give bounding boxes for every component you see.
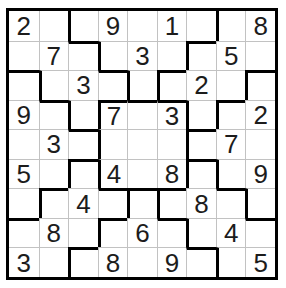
- cell-r4c4: 7: [98, 100, 128, 130]
- cell-r4c9: 2: [245, 100, 275, 130]
- cell-r3c8[interactable]: [216, 70, 246, 100]
- cell-r7c3: 4: [68, 188, 98, 218]
- cell-r8c8: 4: [216, 218, 246, 248]
- cell-r6c8[interactable]: [216, 159, 246, 189]
- cell-r6c7[interactable]: [186, 159, 216, 189]
- cell-r5c2: 3: [39, 129, 69, 159]
- cell-r2c3[interactable]: [68, 41, 98, 71]
- cell-r4c3[interactable]: [68, 100, 98, 130]
- cell-r4c6: 3: [157, 100, 187, 130]
- cell-r1c2[interactable]: [39, 11, 69, 41]
- cell-r3c6[interactable]: [157, 70, 187, 100]
- cell-r2c5: 3: [127, 41, 157, 71]
- cell-r1c4: 9: [98, 11, 128, 41]
- cell-r9c1: 3: [9, 247, 39, 277]
- cell-r7c5[interactable]: [127, 188, 157, 218]
- cell-r2c7[interactable]: [186, 41, 216, 71]
- cell-r2c8: 5: [216, 41, 246, 71]
- cell-r3c4[interactable]: [98, 70, 128, 100]
- cell-r8c6[interactable]: [157, 218, 187, 248]
- page: 2918735329732375489488643895: [0, 0, 286, 288]
- cell-r7c9[interactable]: [245, 188, 275, 218]
- cell-r6c5[interactable]: [127, 159, 157, 189]
- cell-r8c2: 8: [39, 218, 69, 248]
- cell-r1c1: 2: [9, 11, 39, 41]
- cell-r7c7: 8: [186, 188, 216, 218]
- cell-r1c6: 1: [157, 11, 187, 41]
- cell-r3c9[interactable]: [245, 70, 275, 100]
- cell-r9c4: 8: [98, 247, 128, 277]
- cell-r7c6[interactable]: [157, 188, 187, 218]
- cell-r7c4[interactable]: [98, 188, 128, 218]
- cell-r8c7[interactable]: [186, 218, 216, 248]
- cell-r3c7: 2: [186, 70, 216, 100]
- cell-r4c7[interactable]: [186, 100, 216, 130]
- cell-r6c3[interactable]: [68, 159, 98, 189]
- cell-r9c5[interactable]: [127, 247, 157, 277]
- cell-r4c5[interactable]: [127, 100, 157, 130]
- cell-r3c2[interactable]: [39, 70, 69, 100]
- cell-r6c9: 9: [245, 159, 275, 189]
- cell-r4c1: 9: [9, 100, 39, 130]
- cell-r2c1[interactable]: [9, 41, 39, 71]
- cell-r8c5: 6: [127, 218, 157, 248]
- cell-r1c5[interactable]: [127, 11, 157, 41]
- cell-r8c4[interactable]: [98, 218, 128, 248]
- cell-r1c8[interactable]: [216, 11, 246, 41]
- cell-r5c7[interactable]: [186, 129, 216, 159]
- cell-r9c8[interactable]: [216, 247, 246, 277]
- cell-r4c2[interactable]: [39, 100, 69, 130]
- cell-r5c3[interactable]: [68, 129, 98, 159]
- cell-r6c1: 5: [9, 159, 39, 189]
- cell-r3c1[interactable]: [9, 70, 39, 100]
- cell-r3c3: 3: [68, 70, 98, 100]
- cell-r9c7[interactable]: [186, 247, 216, 277]
- cell-r7c8[interactable]: [216, 188, 246, 218]
- cell-r8c1[interactable]: [9, 218, 39, 248]
- cell-r5c5[interactable]: [127, 129, 157, 159]
- cell-r5c8: 7: [216, 129, 246, 159]
- cell-r2c6[interactable]: [157, 41, 187, 71]
- cell-r4c8[interactable]: [216, 100, 246, 130]
- cell-r9c2[interactable]: [39, 247, 69, 277]
- cell-r5c6[interactable]: [157, 129, 187, 159]
- cell-r6c6: 8: [157, 159, 187, 189]
- cell-r8c3[interactable]: [68, 218, 98, 248]
- cell-r6c2[interactable]: [39, 159, 69, 189]
- cell-r1c3[interactable]: [68, 11, 98, 41]
- cell-r5c9[interactable]: [245, 129, 275, 159]
- cell-r2c4[interactable]: [98, 41, 128, 71]
- cell-r6c4: 4: [98, 159, 128, 189]
- cell-r1c7[interactable]: [186, 11, 216, 41]
- cell-r2c2: 7: [39, 41, 69, 71]
- cell-r7c1[interactable]: [9, 188, 39, 218]
- cell-r2c9[interactable]: [245, 41, 275, 71]
- sudoku-board: 2918735329732375489488643895: [6, 8, 278, 280]
- cell-r9c9: 5: [245, 247, 275, 277]
- cell-r9c3[interactable]: [68, 247, 98, 277]
- cell-r9c6: 9: [157, 247, 187, 277]
- cell-r5c1[interactable]: [9, 129, 39, 159]
- cell-r7c2[interactable]: [39, 188, 69, 218]
- cell-r8c9[interactable]: [245, 218, 275, 248]
- cell-r3c5[interactable]: [127, 70, 157, 100]
- cell-r5c4[interactable]: [98, 129, 128, 159]
- cell-r1c9: 8: [245, 11, 275, 41]
